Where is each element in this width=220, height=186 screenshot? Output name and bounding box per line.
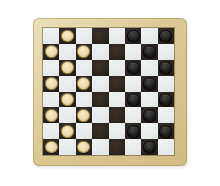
square-r7c7[interactable] — [141, 123, 157, 139]
square-r2c6[interactable] — [125, 44, 141, 60]
square-r2c1[interactable] — [43, 44, 59, 60]
square-r1c3[interactable] — [76, 28, 92, 44]
checker-light-piece[interactable] — [45, 45, 58, 58]
square-r6c3[interactable] — [76, 107, 92, 123]
checker-light-piece[interactable] — [45, 77, 58, 90]
checker-light-piece[interactable] — [45, 141, 58, 154]
board-frame — [33, 18, 187, 166]
square-r8c3[interactable] — [76, 139, 92, 155]
square-r7c3[interactable] — [76, 123, 92, 139]
square-r4c6[interactable] — [125, 76, 141, 92]
square-r1c1[interactable] — [43, 28, 59, 44]
checker-dark-piece[interactable] — [127, 125, 140, 138]
square-r6c4[interactable] — [92, 107, 108, 123]
checker-light-piece[interactable] — [61, 93, 74, 106]
checker-dark-piece[interactable] — [143, 77, 156, 90]
square-r4c7[interactable] — [141, 76, 157, 92]
square-r2c2[interactable] — [59, 44, 75, 60]
square-r3c4[interactable] — [92, 60, 108, 76]
square-r1c8[interactable] — [158, 28, 174, 44]
square-r6c7[interactable] — [141, 107, 157, 123]
square-r8c2[interactable] — [59, 139, 75, 155]
checker-light-piece[interactable] — [77, 45, 90, 58]
square-r5c1[interactable] — [43, 92, 59, 108]
checker-dark-piece[interactable] — [159, 93, 172, 106]
square-r7c5[interactable] — [109, 123, 125, 139]
square-r5c6[interactable] — [125, 92, 141, 108]
square-r2c3[interactable] — [76, 44, 92, 60]
square-r2c7[interactable] — [141, 44, 157, 60]
checker-dark-piece[interactable] — [143, 141, 156, 154]
square-r2c8[interactable] — [158, 44, 174, 60]
square-r7c8[interactable] — [158, 123, 174, 139]
square-r3c1[interactable] — [43, 60, 59, 76]
square-r4c4[interactable] — [92, 76, 108, 92]
checker-light-piece[interactable] — [77, 77, 90, 90]
square-r6c1[interactable] — [43, 107, 59, 123]
checker-light-piece[interactable] — [61, 30, 74, 43]
checker-light-piece[interactable] — [61, 61, 74, 74]
square-r5c3[interactable] — [76, 92, 92, 108]
board-grid — [43, 28, 174, 155]
square-r2c4[interactable] — [92, 44, 108, 60]
square-r1c5[interactable] — [109, 28, 125, 44]
square-r8c5[interactable] — [109, 139, 125, 155]
checker-dark-piece[interactable] — [143, 109, 156, 122]
square-r8c8[interactable] — [158, 139, 174, 155]
square-r8c4[interactable] — [92, 139, 108, 155]
square-r3c5[interactable] — [109, 60, 125, 76]
square-r4c5[interactable] — [109, 76, 125, 92]
checker-dark-piece[interactable] — [159, 125, 172, 138]
checker-light-piece[interactable] — [77, 141, 90, 154]
square-r3c2[interactable] — [59, 60, 75, 76]
square-r6c6[interactable] — [125, 107, 141, 123]
checker-dark-piece[interactable] — [127, 30, 140, 43]
square-r5c4[interactable] — [92, 92, 108, 108]
square-r5c5[interactable] — [109, 92, 125, 108]
checker-dark-piece[interactable] — [127, 61, 140, 74]
photo-background — [0, 0, 220, 186]
square-r1c2[interactable] — [59, 28, 75, 44]
square-r6c2[interactable] — [59, 107, 75, 123]
checker-dark-piece[interactable] — [159, 30, 172, 43]
square-r4c8[interactable] — [158, 76, 174, 92]
square-r7c4[interactable] — [92, 123, 108, 139]
square-r8c1[interactable] — [43, 139, 59, 155]
square-r4c1[interactable] — [43, 76, 59, 92]
checker-dark-piece[interactable] — [143, 45, 156, 58]
checker-dark-piece[interactable] — [159, 61, 172, 74]
checker-light-piece[interactable] — [61, 125, 74, 138]
square-r8c6[interactable] — [125, 139, 141, 155]
square-r3c6[interactable] — [125, 60, 141, 76]
square-r1c4[interactable] — [92, 28, 108, 44]
square-r3c3[interactable] — [76, 60, 92, 76]
square-r4c3[interactable] — [76, 76, 92, 92]
checker-dark-piece[interactable] — [127, 93, 140, 106]
square-r5c8[interactable] — [158, 92, 174, 108]
square-r6c5[interactable] — [109, 107, 125, 123]
square-r8c7[interactable] — [141, 139, 157, 155]
square-r7c2[interactable] — [59, 123, 75, 139]
square-r3c8[interactable] — [158, 60, 174, 76]
square-r7c1[interactable] — [43, 123, 59, 139]
square-r5c7[interactable] — [141, 92, 157, 108]
square-r7c6[interactable] — [125, 123, 141, 139]
square-r6c8[interactable] — [158, 107, 174, 123]
checker-light-piece[interactable] — [45, 109, 58, 122]
square-r1c7[interactable] — [141, 28, 157, 44]
square-r1c6[interactable] — [125, 28, 141, 44]
square-r5c2[interactable] — [59, 92, 75, 108]
square-r4c2[interactable] — [59, 76, 75, 92]
checker-light-piece[interactable] — [77, 109, 90, 122]
square-r2c5[interactable] — [109, 44, 125, 60]
square-r3c7[interactable] — [141, 60, 157, 76]
